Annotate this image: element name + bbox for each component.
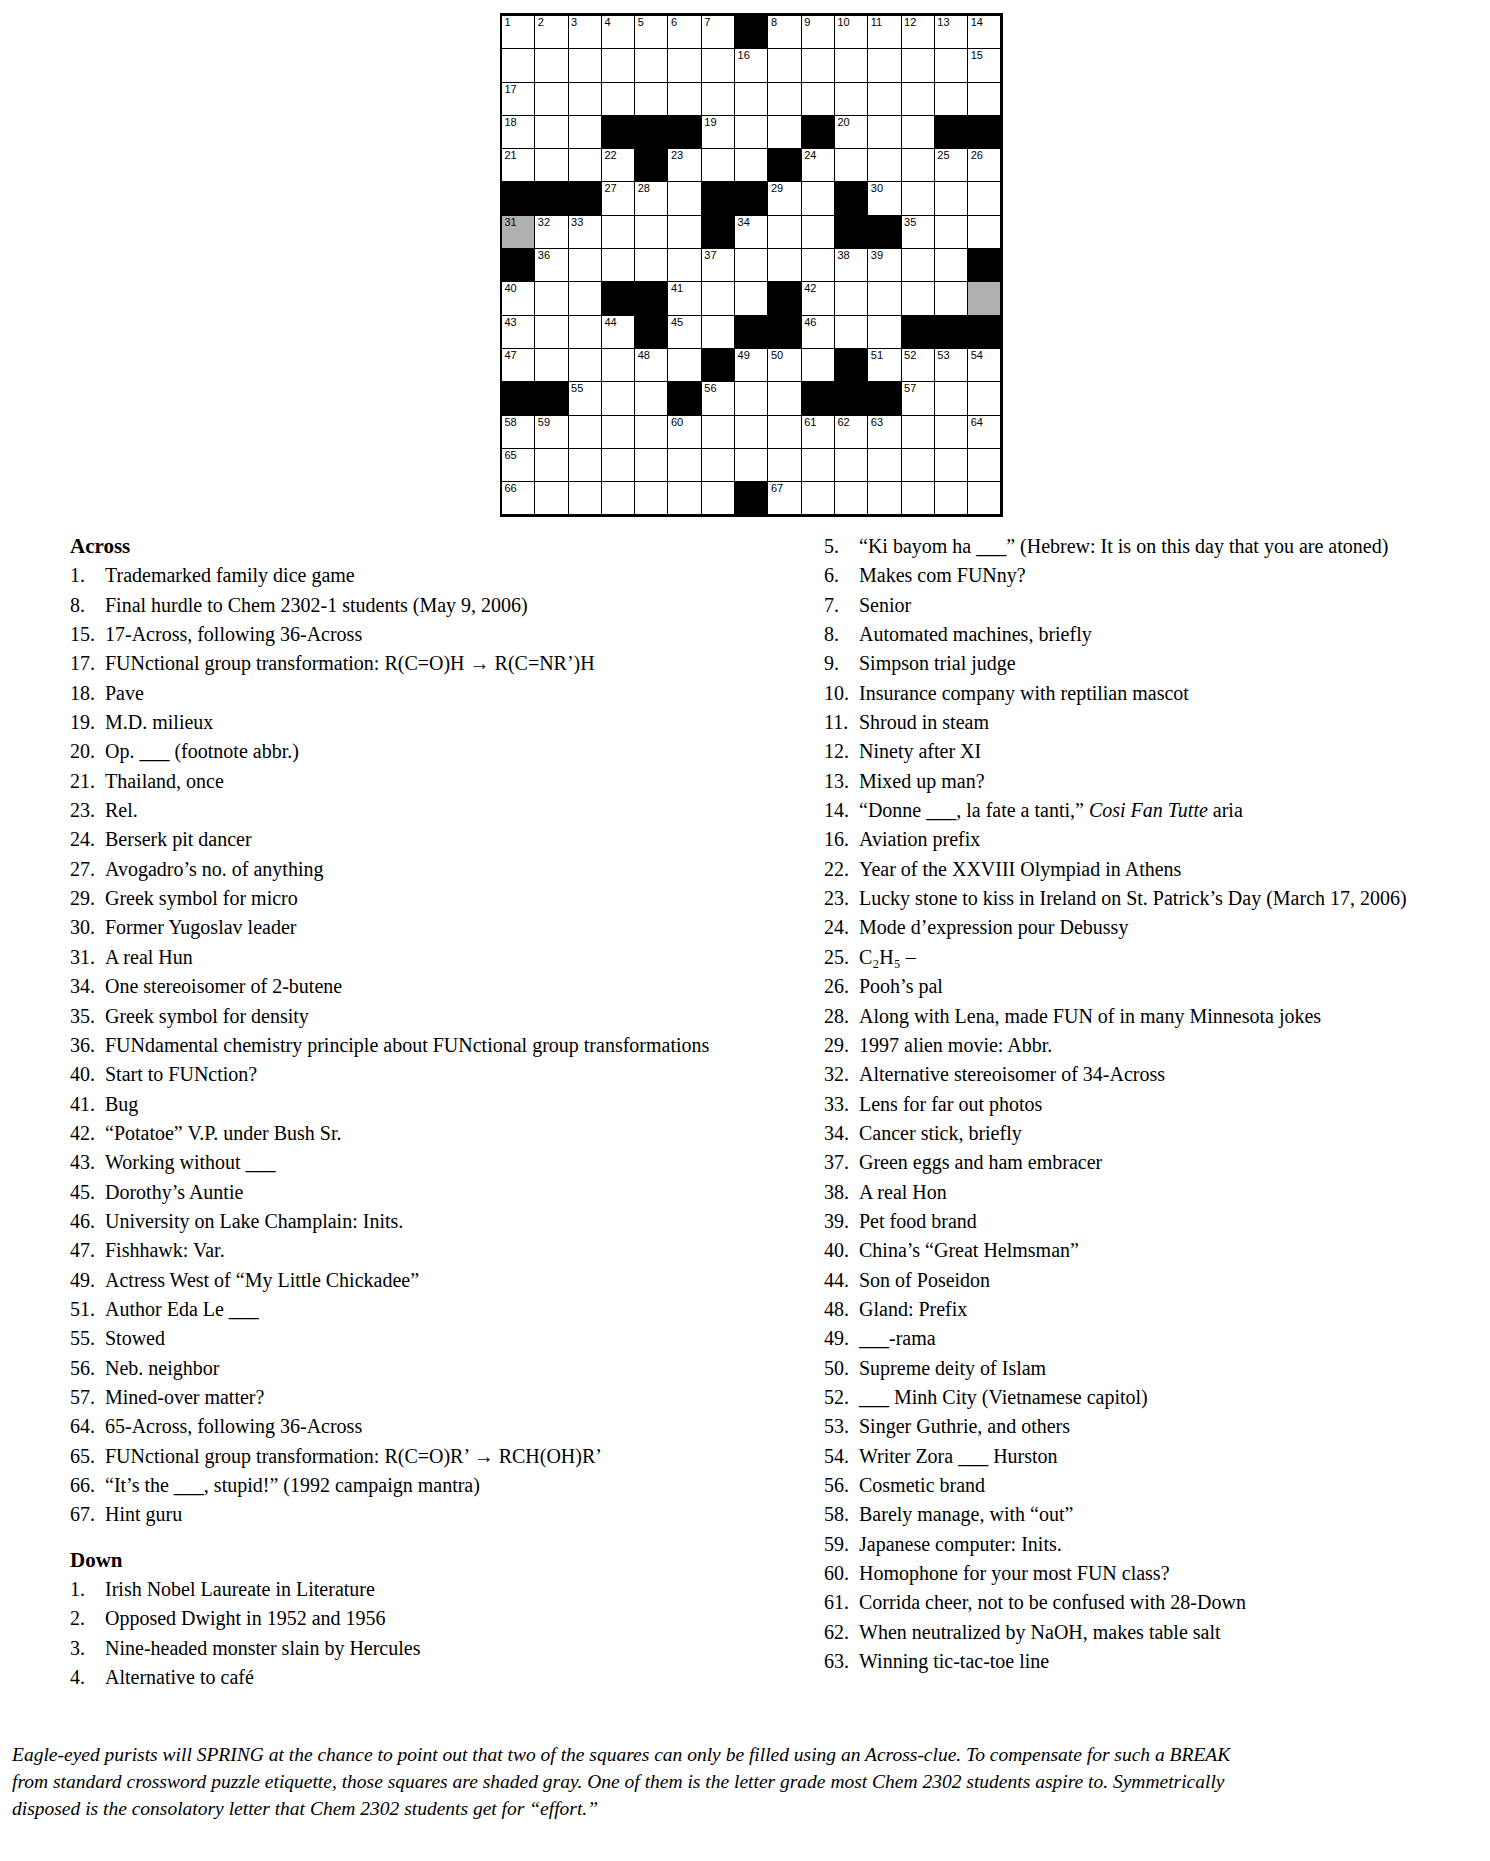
grid-cell-black — [702, 216, 735, 249]
grid-cell[interactable] — [569, 449, 602, 482]
grid-cell[interactable] — [735, 449, 768, 482]
grid-cell[interactable]: 43 — [502, 316, 535, 349]
clue-number: 6. — [824, 561, 859, 590]
clue: 62.When neutralized by NaOH, makes table… — [824, 1618, 1449, 1647]
grid-cell[interactable]: 57 — [902, 382, 935, 415]
grid-cell[interactable] — [702, 316, 735, 349]
grid-cell[interactable]: 17 — [502, 83, 535, 116]
grid-cell[interactable] — [702, 149, 735, 182]
grid-cell[interactable] — [902, 149, 935, 182]
clue-text: Pet food brand — [859, 1207, 1449, 1236]
grid-cell-black — [968, 116, 1001, 149]
grid-cell[interactable] — [602, 416, 635, 449]
grid-cell[interactable] — [868, 149, 901, 182]
clue-number: 66. — [70, 1471, 105, 1500]
clue: 36.FUNdamental chemistry principle about… — [70, 1031, 750, 1060]
clue-number: 47. — [70, 1236, 105, 1265]
grid-cell[interactable]: 56 — [702, 382, 735, 415]
grid-cell[interactable] — [668, 216, 701, 249]
clue-text: Irish Nobel Laureate in Literature — [105, 1575, 750, 1604]
grid-cell[interactable] — [802, 49, 835, 82]
grid-cell[interactable]: 51 — [868, 349, 901, 382]
grid-cell[interactable]: 59 — [535, 416, 568, 449]
clue-number: 16. — [824, 825, 859, 854]
grid-cell[interactable] — [569, 316, 602, 349]
grid-cell[interactable] — [735, 382, 768, 415]
across-column: Across 1.Trademarked family dice game8.F… — [70, 532, 750, 1692]
clue-number: 33. — [824, 1090, 859, 1119]
grid-cell[interactable] — [668, 349, 701, 382]
grid-cell[interactable]: 5 — [635, 16, 668, 49]
cell-number: 41 — [671, 283, 683, 295]
clue-text: Year of the XXVIII Olympiad in Athens — [859, 855, 1449, 884]
grid-cell[interactable] — [535, 316, 568, 349]
grid-cell[interactable] — [635, 49, 668, 82]
clue: 50.Supreme deity of Islam — [824, 1354, 1449, 1383]
grid-cell[interactable] — [569, 249, 602, 282]
grid-cell[interactable]: 21 — [502, 149, 535, 182]
grid-cell[interactable] — [835, 449, 868, 482]
clue-text: Supreme deity of Islam — [859, 1354, 1449, 1383]
grid-cell[interactable] — [635, 249, 668, 282]
grid-cell-black — [835, 182, 868, 215]
grid-cell[interactable]: 4 — [602, 16, 635, 49]
grid-cell[interactable] — [802, 83, 835, 116]
grid-cell[interactable] — [668, 83, 701, 116]
clue-number: 40. — [70, 1060, 105, 1089]
grid-cell-black — [968, 249, 1001, 282]
grid-cell[interactable]: 47 — [502, 349, 535, 382]
grid-cell[interactable] — [935, 49, 968, 82]
grid-cell[interactable] — [968, 216, 1001, 249]
clue: 29.Greek symbol for micro — [70, 884, 750, 913]
grid-cell[interactable] — [535, 149, 568, 182]
grid-cell[interactable] — [935, 249, 968, 282]
grid-cell[interactable] — [902, 249, 935, 282]
grid-cell[interactable] — [902, 49, 935, 82]
clue: 23.Lucky stone to kiss in Ireland on St.… — [824, 884, 1449, 913]
cell-number: 53 — [937, 350, 949, 362]
grid-cell[interactable] — [835, 83, 868, 116]
clue-number: 30. — [70, 913, 105, 942]
grid-cell[interactable] — [602, 449, 635, 482]
grid-cell[interactable]: 7 — [702, 16, 735, 49]
grid-cell[interactable]: 13 — [935, 16, 968, 49]
grid-cell[interactable] — [768, 382, 801, 415]
clue-text: Makes com FUNny? — [859, 561, 1449, 590]
clue: 44.Son of Poseidon — [824, 1266, 1449, 1295]
grid-cell[interactable] — [902, 449, 935, 482]
grid-cell[interactable] — [768, 216, 801, 249]
clue-number: 62. — [824, 1618, 859, 1647]
grid-cell[interactable] — [735, 282, 768, 315]
grid-cell-black — [868, 216, 901, 249]
grid-cell[interactable] — [635, 449, 668, 482]
grid-cell[interactable] — [968, 482, 1001, 515]
clue-text: Fishhawk: Var. — [105, 1236, 750, 1265]
grid-cell[interactable] — [768, 416, 801, 449]
cell-number: 22 — [604, 150, 616, 162]
grid-cell[interactable] — [935, 449, 968, 482]
grid-cell[interactable]: 46 — [802, 316, 835, 349]
grid-cell[interactable]: 27 — [602, 182, 635, 215]
cell-number: 42 — [804, 283, 816, 295]
cell-number: 40 — [505, 283, 517, 295]
grid-cell-black — [635, 116, 668, 149]
grid-cell[interactable]: 19 — [702, 116, 735, 149]
grid-cell[interactable] — [968, 449, 1001, 482]
grid-cell[interactable]: 53 — [935, 349, 968, 382]
clue-number: 52. — [824, 1383, 859, 1412]
grid-cell-black — [935, 116, 968, 149]
clue: 41.Bug — [70, 1090, 750, 1119]
cell-number: 46 — [804, 317, 816, 329]
clue: 51.Author Eda Le ___ — [70, 1295, 750, 1324]
grid-cell[interactable]: 18 — [502, 116, 535, 149]
grid-cell[interactable] — [635, 482, 668, 515]
clue-text: Lucky stone to kiss in Ireland on St. Pa… — [859, 884, 1449, 913]
grid-cell[interactable] — [735, 83, 768, 116]
grid-cell[interactable] — [868, 282, 901, 315]
clue-number: 8. — [70, 591, 105, 620]
grid-cell[interactable]: 33 — [569, 216, 602, 249]
grid-cell[interactable] — [602, 482, 635, 515]
grid-cell[interactable] — [602, 216, 635, 249]
grid-cell[interactable]: 35 — [902, 216, 935, 249]
clue-text: “Donne ___, la fate a tanti,” Cosi Fan T… — [859, 796, 1449, 825]
clue-number: 60. — [824, 1559, 859, 1588]
clue: 56.Cosmetic brand — [824, 1471, 1449, 1500]
clue-number: 25. — [824, 943, 859, 972]
grid-cell[interactable]: 30 — [868, 182, 901, 215]
grid-cell[interactable]: 9 — [802, 16, 835, 49]
grid-cell[interactable] — [902, 282, 935, 315]
clue: 3.Nine-headed monster slain by Hercules — [70, 1634, 750, 1663]
clue-text: Op. ___ (footnote abbr.) — [105, 737, 750, 766]
grid-cell[interactable] — [868, 49, 901, 82]
grid-cell[interactable] — [835, 149, 868, 182]
grid-cell[interactable]: 2 — [535, 16, 568, 49]
clue-text: Greek symbol for density — [105, 1002, 750, 1031]
clue-number: 35. — [70, 1002, 105, 1031]
grid-cell[interactable] — [535, 349, 568, 382]
clue-number: 65. — [70, 1442, 105, 1471]
clue-number: 51. — [70, 1295, 105, 1324]
clue-text: Along with Lena, made FUN of in many Min… — [859, 1002, 1449, 1031]
clue-text: Author Eda Le ___ — [105, 1295, 750, 1324]
grid-cell[interactable]: 34 — [735, 216, 768, 249]
grid-cell[interactable] — [935, 482, 968, 515]
cell-number: 8 — [771, 17, 777, 29]
down-header: Down — [70, 1546, 750, 1575]
grid-cell[interactable] — [802, 482, 835, 515]
grid-cell[interactable] — [868, 116, 901, 149]
clue-number: 63. — [824, 1647, 859, 1676]
grid-cell[interactable]: 60 — [668, 416, 701, 449]
clue-text: ___-rama — [859, 1324, 1449, 1353]
grid-cell[interactable] — [935, 282, 968, 315]
grid-cell[interactable] — [968, 182, 1001, 215]
grid-cell[interactable] — [668, 449, 701, 482]
clue-text: Ninety after XI — [859, 737, 1449, 766]
grid-cell[interactable] — [868, 316, 901, 349]
clue: 63.Winning tic-tac-toe line — [824, 1647, 1449, 1676]
grid-cell[interactable] — [702, 416, 735, 449]
grid-cell[interactable] — [635, 382, 668, 415]
grid-cell[interactable]: 3 — [569, 16, 602, 49]
grid-cell[interactable] — [735, 149, 768, 182]
grid-cell[interactable] — [535, 116, 568, 149]
clue-text: FUNctional group transformation: R(C=O)R… — [105, 1442, 750, 1471]
grid-cell[interactable]: 63 — [868, 416, 901, 449]
grid-cell[interactable] — [935, 382, 968, 415]
grid-cell[interactable] — [968, 282, 1001, 315]
grid-cell[interactable] — [569, 482, 602, 515]
grid-cell[interactable] — [935, 216, 968, 249]
grid-cell[interactable]: 6 — [668, 16, 701, 49]
clue-text: Barely manage, with “out” — [859, 1500, 1449, 1529]
grid-cell[interactable] — [968, 83, 1001, 116]
grid-cell[interactable]: 16 — [735, 49, 768, 82]
grid-cell[interactable]: 8 — [768, 16, 801, 49]
grid-cell[interactable] — [868, 482, 901, 515]
clue: 46.University on Lake Champlain: Inits. — [70, 1207, 750, 1236]
grid-cell[interactable] — [935, 83, 968, 116]
clue-number: 53. — [824, 1412, 859, 1441]
grid-cell[interactable] — [702, 49, 735, 82]
grid-cell[interactable] — [668, 249, 701, 282]
grid-cell[interactable] — [668, 49, 701, 82]
grid-cell[interactable] — [535, 482, 568, 515]
grid-cell[interactable]: 40 — [502, 282, 535, 315]
grid-cell[interactable] — [535, 49, 568, 82]
clue-text: Alternative to café — [105, 1663, 750, 1692]
grid-cell[interactable] — [635, 216, 668, 249]
grid-cell[interactable]: 28 — [635, 182, 668, 215]
grid-cell[interactable] — [935, 182, 968, 215]
clue: 10.Insurance company with reptilian masc… — [824, 679, 1449, 708]
grid-cell[interactable] — [735, 116, 768, 149]
grid-cell[interactable]: 44 — [602, 316, 635, 349]
clue-text: Stowed — [105, 1324, 750, 1353]
grid-cell[interactable] — [868, 449, 901, 482]
grid-cell[interactable] — [668, 182, 701, 215]
grid-cell[interactable]: 22 — [602, 149, 635, 182]
grid-cell[interactable] — [602, 83, 635, 116]
grid-cell[interactable] — [835, 282, 868, 315]
grid-cell[interactable]: 67 — [768, 482, 801, 515]
clue: 5.“Ki bayom ha ___” (Hebrew: It is on th… — [824, 532, 1449, 561]
grid-cell[interactable] — [569, 49, 602, 82]
clue-text: Dorothy’s Auntie — [105, 1178, 750, 1207]
grid-cell[interactable]: 42 — [802, 282, 835, 315]
grid-cell[interactable]: 41 — [668, 282, 701, 315]
clue-text: “Potatoe” V.P. under Bush Sr. — [105, 1119, 750, 1148]
clue-number: 55. — [70, 1324, 105, 1353]
grid-cell[interactable] — [768, 449, 801, 482]
grid-cell[interactable]: 64 — [968, 416, 1001, 449]
grid-cell[interactable]: 65 — [502, 449, 535, 482]
down-clue-list-right: 5.“Ki bayom ha ___” (Hebrew: It is on th… — [824, 532, 1449, 1676]
grid-cell[interactable] — [735, 249, 768, 282]
grid-cell[interactable]: 1 — [502, 16, 535, 49]
grid-cell[interactable]: 11 — [868, 16, 901, 49]
grid-cell[interactable] — [502, 49, 535, 82]
clue-number: 50. — [824, 1354, 859, 1383]
clue: 28.Along with Lena, made FUN of in many … — [824, 1002, 1449, 1031]
down-clue-list-left: 1.Irish Nobel Laureate in Literature2.Op… — [70, 1575, 750, 1692]
cell-number: 30 — [871, 183, 883, 195]
grid-cell[interactable] — [968, 382, 1001, 415]
grid-cell-black — [702, 349, 735, 382]
clue-text: Singer Guthrie, and others — [859, 1412, 1449, 1441]
grid-cell-black — [802, 382, 835, 415]
grid-cell[interactable] — [802, 216, 835, 249]
grid-cell[interactable]: 15 — [968, 49, 1001, 82]
grid-cell[interactable] — [902, 83, 935, 116]
grid-cell[interactable] — [768, 116, 801, 149]
clue: 40.Start to FUNction? — [70, 1060, 750, 1089]
grid-cell-black — [668, 116, 701, 149]
clue: 14.“Donne ___, la fate a tanti,” Cosi Fa… — [824, 796, 1449, 825]
grid-cell[interactable]: 62 — [835, 416, 868, 449]
clue-number: 49. — [824, 1324, 859, 1353]
clue: 24.Mode d’expression pour Debussy — [824, 913, 1449, 942]
grid-cell[interactable]: 29 — [768, 182, 801, 215]
grid-cell[interactable]: 31 — [502, 216, 535, 249]
grid-cell[interactable] — [602, 382, 635, 415]
grid-cell[interactable]: 61 — [802, 416, 835, 449]
clue: 59.Japanese computer: Inits. — [824, 1530, 1449, 1559]
grid-cell[interactable] — [702, 449, 735, 482]
grid-cell[interactable] — [702, 83, 735, 116]
clue-number: 44. — [824, 1266, 859, 1295]
clue-number: 8. — [824, 620, 859, 649]
grid-cell[interactable] — [702, 282, 735, 315]
grid-cell[interactable]: 55 — [569, 382, 602, 415]
clue: 26.Pooh’s pal — [824, 972, 1449, 1001]
grid-cell[interactable] — [602, 349, 635, 382]
clue-text: Mined-over matter? — [105, 1383, 750, 1412]
clue-number: 23. — [824, 884, 859, 913]
grid-cell-black — [702, 182, 735, 215]
grid-cell[interactable]: 54 — [968, 349, 1001, 382]
grid-cell[interactable] — [569, 149, 602, 182]
cell-number: 31 — [505, 217, 517, 229]
grid-cell[interactable]: 23 — [668, 149, 701, 182]
grid-cell[interactable]: 45 — [668, 316, 701, 349]
grid-cell[interactable] — [535, 83, 568, 116]
cell-number: 13 — [937, 17, 949, 29]
grid-cell[interactable] — [902, 116, 935, 149]
grid-cell[interactable]: 66 — [502, 482, 535, 515]
grid-cell[interactable] — [569, 116, 602, 149]
grid-cell[interactable] — [768, 83, 801, 116]
grid-cell[interactable]: 25 — [935, 149, 968, 182]
grid-cell[interactable] — [702, 482, 735, 515]
clue-number: 29. — [824, 1031, 859, 1060]
grid-cell[interactable] — [802, 349, 835, 382]
clue: 22.Year of the XXVIII Olympiad in Athens — [824, 855, 1449, 884]
grid-cell[interactable]: 50 — [768, 349, 801, 382]
grid-cell[interactable] — [902, 416, 935, 449]
clue: 37.Green eggs and ham embracer — [824, 1148, 1449, 1177]
grid-cell[interactable]: 38 — [835, 249, 868, 282]
grid-cell[interactable] — [835, 49, 868, 82]
grid-cell[interactable] — [569, 416, 602, 449]
clue-number: 4. — [70, 1663, 105, 1692]
grid-cell[interactable] — [935, 416, 968, 449]
grid-cell-black — [968, 316, 1001, 349]
grid-cell[interactable]: 10 — [835, 16, 868, 49]
grid-cell[interactable]: 37 — [702, 249, 735, 282]
clue-number: 58. — [824, 1500, 859, 1529]
grid-cell-black — [835, 382, 868, 415]
grid-cell[interactable] — [569, 349, 602, 382]
clue-text: Alternative stereoisomer of 34-Across — [859, 1060, 1449, 1089]
grid-cell[interactable] — [569, 282, 602, 315]
grid-cell[interactable]: 12 — [902, 16, 935, 49]
clue-number: 3. — [70, 1634, 105, 1663]
grid-cell[interactable] — [802, 449, 835, 482]
grid-cell[interactable]: 39 — [868, 249, 901, 282]
cell-number: 15 — [971, 50, 983, 62]
grid-cell[interactable] — [569, 83, 602, 116]
grid-cell[interactable] — [902, 482, 935, 515]
grid-cell[interactable] — [835, 316, 868, 349]
grid-cell[interactable] — [602, 49, 635, 82]
clue-text: Mode d’expression pour Debussy — [859, 913, 1449, 942]
grid-cell[interactable]: 14 — [968, 16, 1001, 49]
grid-cell[interactable] — [902, 182, 935, 215]
grid-cell[interactable]: 32 — [535, 216, 568, 249]
clue: 13.Mixed up man? — [824, 767, 1449, 796]
grid-cell[interactable]: 24 — [802, 149, 835, 182]
clue: 38.A real Hon — [824, 1178, 1449, 1207]
grid-cell[interactable] — [535, 449, 568, 482]
grid-cell[interactable] — [535, 282, 568, 315]
grid-cell[interactable] — [635, 83, 668, 116]
grid-cell[interactable]: 52 — [902, 349, 935, 382]
clue: 32.Alternative stereoisomer of 34-Across — [824, 1060, 1449, 1089]
grid-cell[interactable]: 20 — [835, 116, 868, 149]
clue-number: 31. — [70, 943, 105, 972]
grid-cell[interactable]: 48 — [635, 349, 668, 382]
grid-cell[interactable] — [868, 83, 901, 116]
clue-number: 10. — [824, 679, 859, 708]
clue-number: 39. — [824, 1207, 859, 1236]
grid-cell[interactable] — [802, 182, 835, 215]
grid-cell[interactable] — [635, 416, 668, 449]
clue-text: “It’s the ___, stupid!” (1992 campaign m… — [105, 1471, 750, 1500]
grid-cell[interactable] — [668, 482, 701, 515]
grid-cell[interactable] — [802, 249, 835, 282]
clue-number: 24. — [70, 825, 105, 854]
footnote-line: Eagle-eyed purists will SPRING at the ch… — [12, 1741, 1484, 1768]
grid-cell[interactable]: 58 — [502, 416, 535, 449]
grid-cell[interactable] — [768, 49, 801, 82]
grid-cell[interactable]: 49 — [735, 349, 768, 382]
grid-cell[interactable] — [768, 249, 801, 282]
grid-cell[interactable] — [835, 482, 868, 515]
grid-cell-black — [768, 282, 801, 315]
grid-cell[interactable]: 36 — [535, 249, 568, 282]
grid-cell[interactable] — [602, 249, 635, 282]
cell-number: 1 — [505, 17, 511, 29]
clue-number: 19. — [70, 708, 105, 737]
grid-cell[interactable] — [735, 416, 768, 449]
grid-cell[interactable]: 26 — [968, 149, 1001, 182]
